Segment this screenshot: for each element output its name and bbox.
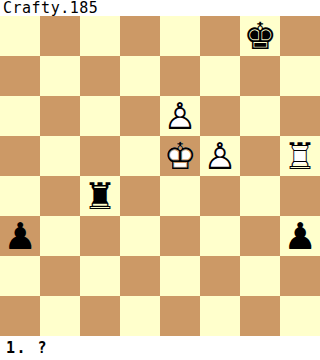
square-f5[interactable]: ♟♙ [200,136,240,176]
black-rook-glyph: ♜ [80,176,120,216]
black-king-piece[interactable]: ♚ [240,16,280,56]
square-a3[interactable]: ♟ [0,216,40,256]
square-c6[interactable] [80,96,120,136]
title-bar: Crafty.185 [0,0,320,16]
square-e1[interactable] [160,296,200,336]
square-h4[interactable] [280,176,320,216]
square-g4[interactable] [240,176,280,216]
square-h5[interactable]: ♜♖ [280,136,320,176]
square-c1[interactable] [80,296,120,336]
square-e8[interactable] [160,16,200,56]
square-c7[interactable] [80,56,120,96]
white-pawn-glyph: ♙ [160,96,200,136]
black-pawn-glyph: ♟ [0,216,40,256]
square-d1[interactable] [120,296,160,336]
square-e2[interactable] [160,256,200,296]
square-d8[interactable] [120,16,160,56]
square-d4[interactable] [120,176,160,216]
square-e4[interactable] [160,176,200,216]
square-f1[interactable] [200,296,240,336]
square-a2[interactable] [0,256,40,296]
square-g6[interactable] [240,96,280,136]
square-f6[interactable] [200,96,240,136]
square-e7[interactable] [160,56,200,96]
white-rook-piece[interactable]: ♜♖ [280,136,320,176]
square-d5[interactable] [120,136,160,176]
move-prompt: 1. ? [0,339,48,357]
square-h8[interactable] [280,16,320,56]
square-c4[interactable]: ♜ [80,176,120,216]
square-b2[interactable] [40,256,80,296]
black-king-glyph: ♚ [240,16,280,56]
square-e5[interactable]: ♚♔ [160,136,200,176]
square-g8[interactable]: ♚ [240,16,280,56]
square-g5[interactable] [240,136,280,176]
square-b1[interactable] [40,296,80,336]
square-d6[interactable] [120,96,160,136]
square-e6[interactable]: ♟♙ [160,96,200,136]
square-h7[interactable] [280,56,320,96]
square-d7[interactable] [120,56,160,96]
square-a6[interactable] [0,96,40,136]
square-a7[interactable] [0,56,40,96]
black-rook-piece[interactable]: ♜ [80,176,120,216]
white-pawn-piece[interactable]: ♟♙ [160,96,200,136]
square-d2[interactable] [120,256,160,296]
white-pawn-piece[interactable]: ♟♙ [200,136,240,176]
crafty-window: Crafty.185 ♚♟♙♚♔♟♙♜♖♜♟♟ 1. ? [0,0,320,360]
square-f4[interactable] [200,176,240,216]
square-g1[interactable] [240,296,280,336]
square-g7[interactable] [240,56,280,96]
square-f8[interactable] [200,16,240,56]
square-c8[interactable] [80,16,120,56]
square-e3[interactable] [160,216,200,256]
black-pawn-piece[interactable]: ♟ [280,216,320,256]
black-pawn-glyph: ♟ [280,216,320,256]
square-c5[interactable] [80,136,120,176]
square-c2[interactable] [80,256,120,296]
black-pawn-piece[interactable]: ♟ [0,216,40,256]
square-b3[interactable] [40,216,80,256]
square-b5[interactable] [40,136,80,176]
chess-board[interactable]: ♚♟♙♚♔♟♙♜♖♜♟♟ [0,16,320,336]
square-b4[interactable] [40,176,80,216]
square-b6[interactable] [40,96,80,136]
square-c3[interactable] [80,216,120,256]
square-f2[interactable] [200,256,240,296]
square-h6[interactable] [280,96,320,136]
white-pawn-glyph: ♙ [200,136,240,176]
square-a4[interactable] [0,176,40,216]
square-g3[interactable] [240,216,280,256]
square-a5[interactable] [0,136,40,176]
square-h2[interactable] [280,256,320,296]
square-b8[interactable] [40,16,80,56]
square-a1[interactable] [0,296,40,336]
white-king-glyph: ♔ [160,136,200,176]
square-g2[interactable] [240,256,280,296]
white-king-piece[interactable]: ♚♔ [160,136,200,176]
square-b7[interactable] [40,56,80,96]
square-d3[interactable] [120,216,160,256]
square-a8[interactable] [0,16,40,56]
square-h1[interactable] [280,296,320,336]
white-rook-glyph: ♖ [280,136,320,176]
status-bar: 1. ? [0,336,320,360]
square-f7[interactable] [200,56,240,96]
square-f3[interactable] [200,216,240,256]
window-title: Crafty.185 [0,0,98,16]
square-h3[interactable]: ♟ [280,216,320,256]
